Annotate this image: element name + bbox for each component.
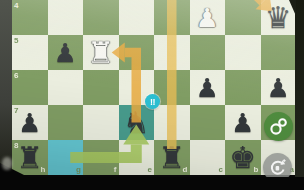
piece-black-king-b8[interactable]: ♚: [225, 140, 261, 175]
square-a6[interactable]: ♟: [261, 70, 297, 105]
square-a4[interactable]: ♛: [261, 0, 297, 35]
square-e4[interactable]: [119, 0, 155, 35]
square-h7[interactable]: 7♟: [12, 105, 48, 140]
piece-black-pawn-h7[interactable]: ♟: [12, 105, 48, 140]
circular-arrow-icon: [267, 157, 288, 178]
square-b4[interactable]: [225, 0, 261, 35]
piece-black-rook-h8[interactable]: ♜: [12, 140, 48, 175]
linked-circles-icon: [268, 116, 289, 137]
rank-label-6: 6: [14, 71, 18, 80]
square-g5[interactable]: ♟: [48, 35, 84, 70]
game-review-button[interactable]: [264, 112, 293, 141]
square-e7[interactable]: ♞: [119, 105, 155, 140]
chess-board: 4♟♛5♟♜6♟♟7♟♞♟8h♜gfed♜cb♚a: [12, 0, 296, 175]
square-g7[interactable]: [48, 105, 84, 140]
piece-black-knight-e7[interactable]: ♞: [119, 105, 155, 140]
square-b7[interactable]: ♟: [225, 105, 261, 140]
bottom-bezel: [0, 177, 304, 190]
right-bezel: [295, 0, 304, 190]
square-d5[interactable]: [154, 35, 190, 70]
square-f7[interactable]: [83, 105, 119, 140]
square-b5[interactable]: [225, 35, 261, 70]
piece-black-pawn-g5[interactable]: ♟: [48, 35, 84, 70]
piece-black-rook-d8[interactable]: ♜: [154, 140, 190, 175]
square-g6[interactable]: [48, 70, 84, 105]
screen-photo: 4♟♛5♟♜6♟♟7♟♞♟8h♜gfed♜cb♚a !!: [0, 0, 304, 190]
square-d8[interactable]: d♜: [154, 140, 190, 175]
square-c6[interactable]: ♟: [190, 70, 226, 105]
piece-black-pawn-a6[interactable]: ♟: [261, 70, 297, 105]
square-e8[interactable]: e: [119, 140, 155, 175]
square-g4[interactable]: [48, 0, 84, 35]
square-d4[interactable]: [154, 0, 190, 35]
rank-label-4: 4: [14, 1, 18, 10]
square-h6[interactable]: 6: [12, 70, 48, 105]
piece-black-pawn-b7[interactable]: ♟: [225, 105, 261, 140]
piece-black-pawn-c6[interactable]: ♟: [190, 70, 226, 105]
square-d7[interactable]: [154, 105, 190, 140]
square-h8[interactable]: 8h♜: [12, 140, 48, 175]
rank-label-5: 5: [14, 36, 18, 45]
file-label-e: e: [148, 165, 152, 174]
brilliant-move-badge: !!: [145, 94, 160, 109]
square-g8[interactable]: g: [48, 140, 84, 175]
piece-black-queen-a4[interactable]: ♛: [261, 0, 297, 35]
square-e5[interactable]: [119, 35, 155, 70]
file-label-c: c: [219, 165, 223, 174]
file-label-f: f: [114, 165, 117, 174]
square-f6[interactable]: [83, 70, 119, 105]
square-c8[interactable]: c: [190, 140, 226, 175]
square-h4[interactable]: 4: [12, 0, 48, 35]
file-label-g: g: [76, 165, 81, 174]
left-bezel: [0, 0, 12, 190]
square-f8[interactable]: f: [83, 140, 119, 175]
square-b8[interactable]: b♚: [225, 140, 261, 175]
square-c7[interactable]: [190, 105, 226, 140]
square-c5[interactable]: [190, 35, 226, 70]
piece-white-rook-f5[interactable]: ♜: [83, 35, 119, 70]
square-h5[interactable]: 5: [12, 35, 48, 70]
square-c4[interactable]: ♟: [190, 0, 226, 35]
square-f4[interactable]: [83, 0, 119, 35]
square-b6[interactable]: [225, 70, 261, 105]
square-a5[interactable]: [261, 35, 297, 70]
square-f5[interactable]: ♜: [83, 35, 119, 70]
piece-white-pawn-c4[interactable]: ♟: [190, 0, 226, 35]
